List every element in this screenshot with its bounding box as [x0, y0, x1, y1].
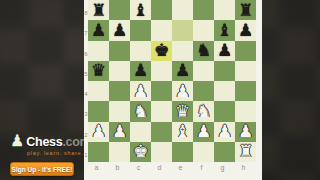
square-b3[interactable]	[109, 101, 130, 121]
square-g7[interactable]: ♝	[214, 20, 235, 40]
chess-board: ♜♝♜♟♟♝♟♚♞♟♛♟♟♟♟♞♛♞♟♟♝♟♟♟♚♜	[88, 0, 256, 162]
black-bishop: ♝	[217, 21, 232, 38]
square-e3[interactable]: ♛	[172, 101, 193, 121]
white-pawn: ♟	[196, 123, 211, 140]
rank-label-3: 3	[84, 111, 88, 117]
square-b2[interactable]: ♟	[109, 122, 130, 142]
square-e4[interactable]: ♟	[172, 81, 193, 101]
square-f6[interactable]: ♞	[193, 41, 214, 61]
square-b5[interactable]	[109, 61, 130, 81]
rank-label-7: 7	[84, 30, 88, 36]
square-g2[interactable]: ♟	[214, 122, 235, 142]
file-label-g: g	[212, 164, 233, 172]
square-c1[interactable]: ♚	[130, 142, 151, 162]
square-f3[interactable]: ♞	[193, 101, 214, 121]
square-g8[interactable]	[214, 0, 235, 20]
rank-label-2: 2	[84, 132, 88, 138]
white-pawn: ♟	[238, 123, 253, 140]
rank-label-8: 8	[84, 10, 88, 16]
square-e2[interactable]: ♝	[172, 122, 193, 142]
square-a1[interactable]	[88, 142, 109, 162]
square-f5[interactable]	[193, 61, 214, 81]
square-c2[interactable]	[130, 122, 151, 142]
square-b7[interactable]: ♟	[109, 20, 130, 40]
square-b8[interactable]	[109, 0, 130, 20]
video-frame: ♟ Chess.com play. learn. share. Sign Up …	[0, 0, 320, 180]
file-labels: abcdefgh	[86, 164, 254, 172]
white-rook: ♜	[238, 143, 253, 160]
rank-label-6: 6	[84, 51, 88, 57]
black-pawn: ♟	[133, 62, 148, 79]
square-h3[interactable]	[235, 101, 256, 121]
black-knight: ♞	[196, 42, 211, 59]
white-knight: ♞	[133, 102, 148, 119]
square-c4[interactable]: ♟	[130, 81, 151, 101]
square-d1[interactable]	[151, 142, 172, 162]
square-d8[interactable]	[151, 0, 172, 20]
black-king: ♚	[154, 42, 169, 59]
square-c7[interactable]	[130, 20, 151, 40]
square-a6[interactable]	[88, 41, 109, 61]
square-d4[interactable]	[151, 81, 172, 101]
square-d6[interactable]: ♚	[151, 41, 172, 61]
square-f2[interactable]: ♟	[193, 122, 214, 142]
square-c6[interactable]	[130, 41, 151, 61]
white-pawn: ♟	[91, 123, 106, 140]
square-a4[interactable]	[88, 81, 109, 101]
white-pawn: ♟	[175, 82, 190, 99]
square-b6[interactable]	[109, 41, 130, 61]
square-a5[interactable]: ♛	[88, 61, 109, 81]
file-label-e: e	[170, 164, 191, 172]
square-h2[interactable]: ♟	[235, 122, 256, 142]
square-g4[interactable]	[214, 81, 235, 101]
square-h5[interactable]	[235, 61, 256, 81]
square-h1[interactable]: ♜	[235, 142, 256, 162]
black-rook: ♜	[238, 1, 253, 18]
square-c8[interactable]: ♝	[130, 0, 151, 20]
square-e1[interactable]	[172, 142, 193, 162]
white-pawn: ♟	[217, 123, 232, 140]
black-rook: ♜	[91, 1, 106, 18]
square-a8[interactable]: ♜	[88, 0, 109, 20]
file-label-h: h	[233, 164, 254, 172]
square-e6[interactable]	[172, 41, 193, 61]
square-c5[interactable]: ♟	[130, 61, 151, 81]
file-label-f: f	[191, 164, 212, 172]
black-queen: ♛	[91, 62, 106, 79]
black-pawn: ♟	[175, 62, 190, 79]
black-pawn: ♟	[91, 21, 106, 38]
black-bishop: ♝	[133, 1, 148, 18]
square-e8[interactable]	[172, 0, 193, 20]
file-label-a: a	[86, 164, 107, 172]
square-b1[interactable]	[109, 142, 130, 162]
square-g3[interactable]	[214, 101, 235, 121]
square-g5[interactable]	[214, 61, 235, 81]
square-a2[interactable]: ♟	[88, 122, 109, 142]
square-a3[interactable]	[88, 101, 109, 121]
black-pawn: ♟	[217, 42, 232, 59]
chesscom-logo: ♟ Chess.com	[10, 133, 82, 149]
rank-label-4: 4	[84, 91, 88, 97]
square-e7[interactable]	[172, 20, 193, 40]
logo-text-chess: Chess	[26, 135, 62, 149]
square-b4[interactable]	[109, 81, 130, 101]
white-queen: ♛	[175, 102, 190, 119]
rank-label-5: 5	[84, 71, 88, 77]
square-f8[interactable]	[193, 0, 214, 20]
square-h8[interactable]: ♜	[235, 0, 256, 20]
square-c3[interactable]: ♞	[130, 101, 151, 121]
square-g1[interactable]	[214, 142, 235, 162]
chesscom-branding: ♟ Chess.com play. learn. share. Sign Up …	[10, 133, 82, 176]
white-king: ♚	[133, 143, 148, 160]
white-pawn: ♟	[133, 82, 148, 99]
file-label-c: c	[128, 164, 149, 172]
pawn-logo-icon: ♟	[10, 133, 24, 149]
square-f1[interactable]	[193, 142, 214, 162]
square-e5[interactable]: ♟	[172, 61, 193, 81]
square-f4[interactable]	[193, 81, 214, 101]
sign-up-button[interactable]: Sign Up - it's FREE!	[10, 162, 74, 176]
square-d2[interactable]	[151, 122, 172, 142]
file-label-d: d	[149, 164, 170, 172]
square-g6[interactable]: ♟	[214, 41, 235, 61]
square-d7[interactable]	[151, 20, 172, 40]
chess-board-panel: ♜♝♜♟♟♝♟♚♞♟♛♟♟♟♟♞♛♞♟♟♝♟♟♟♚♜ 87654321 abcd…	[84, 0, 262, 180]
black-pawn: ♟	[112, 21, 127, 38]
rank-label-1: 1	[84, 152, 88, 158]
square-h4[interactable]	[235, 81, 256, 101]
square-a7[interactable]: ♟	[88, 20, 109, 40]
white-bishop: ♝	[175, 123, 190, 140]
square-d3[interactable]	[151, 101, 172, 121]
square-d5[interactable]	[151, 61, 172, 81]
file-label-b: b	[107, 164, 128, 172]
white-knight: ♞	[196, 102, 211, 119]
logo-tagline: play. learn. share.	[27, 150, 82, 156]
black-pawn: ♟	[238, 21, 253, 38]
square-h6[interactable]	[235, 41, 256, 61]
square-f7[interactable]	[193, 20, 214, 40]
logo-wordmark: Chess.com	[26, 136, 90, 149]
square-h7[interactable]: ♟	[235, 20, 256, 40]
white-pawn: ♟	[112, 123, 127, 140]
